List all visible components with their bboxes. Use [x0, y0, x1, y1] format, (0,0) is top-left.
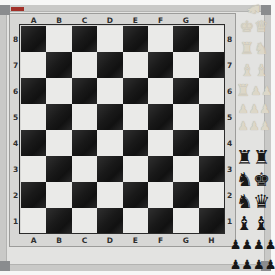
whiteboard-demo-chessboard: ABCDEFGH8877665544332211ABCDEFGH ♞♚♛♜♞♝♝…	[0, 0, 275, 275]
black-tray-row: ♟♟♟♟	[234, 254, 272, 274]
square-a4[interactable]	[21, 130, 46, 156]
square-c5[interactable]	[72, 104, 97, 130]
rank-label-right-5: 5	[224, 104, 235, 130]
square-d8[interactable]	[97, 26, 122, 52]
black-rook-piece[interactable]: ♜	[253, 148, 270, 167]
rank-label-left-1: 1	[10, 208, 21, 234]
square-f2[interactable]	[148, 182, 173, 208]
square-b5[interactable]	[46, 104, 71, 130]
square-d6[interactable]	[97, 78, 122, 104]
square-e4[interactable]	[123, 130, 148, 156]
square-c2[interactable]	[72, 182, 97, 208]
square-g2[interactable]	[173, 182, 198, 208]
black-king-piece[interactable]: ♚	[253, 170, 270, 189]
square-f3[interactable]	[148, 156, 173, 182]
white-queen-piece[interactable]: ♛	[254, 19, 268, 35]
white-pawn-piece[interactable]: ♟	[259, 103, 270, 115]
frame-corner-cap	[0, 5, 10, 15]
square-g6[interactable]	[173, 78, 198, 104]
black-tray-row: ♞♛	[234, 190, 272, 212]
square-c8[interactable]	[72, 26, 97, 52]
white-knight-piece[interactable]: ♞	[254, 41, 268, 57]
white-pawn-piece[interactable]: ♟	[259, 120, 270, 132]
white-tray-row: ♟♟♟	[238, 100, 270, 117]
square-e3[interactable]	[123, 156, 148, 182]
square-g3[interactable]	[173, 156, 198, 182]
rank-label-right-7: 7	[224, 52, 235, 78]
white-tray-row: ♚♛	[238, 15, 270, 38]
white-pieces-tray: ♞♚♛♜♞♝♝♜♟♟♟♟♟♟♟♟	[238, 3, 270, 134]
chessboard: ABCDEFGH8877665544332211ABCDEFGH	[9, 13, 236, 247]
file-label-bottom-g: G	[173, 234, 198, 246]
square-h3[interactable]	[199, 156, 224, 182]
white-pawn-piece[interactable]: ♟	[261, 85, 272, 97]
white-tray-row: ♟♟♟	[238, 117, 270, 134]
black-tray-row: ♞♚	[234, 168, 272, 190]
black-tray-row: ♝♝	[234, 212, 272, 234]
rank-label-left-7: 7	[10, 52, 21, 78]
white-bishop-piece[interactable]: ♝	[254, 63, 268, 79]
square-f5[interactable]	[148, 104, 173, 130]
square-b2[interactable]	[46, 182, 71, 208]
square-h7[interactable]	[199, 52, 224, 78]
brand-logo	[11, 7, 24, 11]
square-f8[interactable]	[148, 26, 173, 52]
black-knight-piece[interactable]: ♞	[236, 192, 253, 211]
black-knight-piece[interactable]: ♞	[236, 170, 253, 189]
square-c6[interactable]	[72, 78, 97, 104]
black-bishop-piece[interactable]: ♝	[236, 214, 253, 233]
square-g8[interactable]	[173, 26, 198, 52]
black-pieces-tray: ♜♜♞♚♞♛♝♝♟♟♟♟♟♟♟♟	[234, 146, 272, 274]
square-b8[interactable]	[46, 26, 71, 52]
rank-label-left-5: 5	[10, 104, 21, 130]
rank-label-left-4: 4	[10, 130, 21, 156]
square-a1[interactable]	[21, 208, 46, 234]
square-g4[interactable]	[173, 130, 198, 156]
black-pawn-piece[interactable]: ♟	[230, 238, 242, 251]
square-b1[interactable]	[46, 208, 71, 234]
square-f7[interactable]	[148, 52, 173, 78]
file-label-top-a: A	[21, 14, 46, 26]
black-tray-row: ♜♜	[234, 146, 272, 168]
file-label-bottom-a: A	[21, 234, 46, 246]
square-h1[interactable]	[199, 208, 224, 234]
square-a8[interactable]	[21, 26, 46, 52]
square-a7[interactable]	[21, 52, 46, 78]
board-margin-corner	[10, 14, 21, 26]
square-h8[interactable]	[199, 26, 224, 52]
white-rook-piece[interactable]: ♜	[240, 41, 254, 57]
square-c1[interactable]	[72, 208, 97, 234]
square-d7[interactable]	[97, 52, 122, 78]
file-label-top-c: C	[72, 14, 97, 26]
white-tray-row: ♜♟♟	[238, 81, 270, 100]
square-a2[interactable]	[21, 182, 46, 208]
square-h2[interactable]	[199, 182, 224, 208]
square-h4[interactable]	[199, 130, 224, 156]
white-knight-piece[interactable]: ♞	[246, 2, 262, 16]
white-pawn-piece[interactable]: ♟	[250, 85, 261, 97]
black-pawn-piece[interactable]: ♟	[241, 258, 253, 271]
square-d5[interactable]	[97, 104, 122, 130]
rank-label-left-2: 2	[10, 182, 21, 208]
square-d2[interactable]	[97, 182, 122, 208]
file-label-bottom-e: E	[123, 234, 148, 246]
square-e5[interactable]	[123, 104, 148, 130]
square-d1[interactable]	[97, 208, 122, 234]
square-e2[interactable]	[123, 182, 148, 208]
black-pawn-piece[interactable]: ♟	[265, 258, 275, 271]
black-pawn-piece[interactable]: ♟	[241, 238, 253, 251]
black-tray-row: ♟♟♟♟	[234, 234, 272, 254]
square-a6[interactable]	[21, 78, 46, 104]
white-bishop-piece[interactable]: ♝	[240, 63, 254, 79]
black-queen-piece[interactable]: ♛	[253, 192, 270, 211]
rank-label-left-6: 6	[10, 78, 21, 104]
square-h5[interactable]	[199, 104, 224, 130]
board-margin-corner	[10, 234, 21, 246]
rank-label-right-8: 8	[224, 26, 235, 52]
file-label-top-b: B	[46, 14, 71, 26]
file-label-bottom-b: B	[46, 234, 71, 246]
file-label-bottom-c: C	[72, 234, 97, 246]
square-c4[interactable]	[72, 130, 97, 156]
white-rook-piece[interactable]: ♜	[236, 83, 250, 99]
file-label-top-f: F	[148, 14, 173, 26]
square-b6[interactable]	[46, 78, 71, 104]
file-label-top-g: G	[173, 14, 198, 26]
square-d4[interactable]	[97, 130, 122, 156]
white-pawn-piece[interactable]: ♟	[238, 103, 249, 115]
black-pawn-piece[interactable]: ♟	[230, 258, 242, 271]
square-b4[interactable]	[46, 130, 71, 156]
rank-label-left-8: 8	[10, 26, 21, 52]
square-g5[interactable]	[173, 104, 198, 130]
square-a3[interactable]	[21, 156, 46, 182]
black-pawn-piece[interactable]: ♟	[253, 258, 265, 271]
file-label-top-d: D	[97, 14, 122, 26]
square-e7[interactable]	[123, 52, 148, 78]
square-h6[interactable]	[199, 78, 224, 104]
frame-corner-cap	[0, 261, 10, 271]
black-bishop-piece[interactable]: ♝	[253, 214, 270, 233]
square-e1[interactable]	[123, 208, 148, 234]
black-pawn-piece[interactable]: ♟	[265, 238, 275, 251]
file-label-bottom-h: H	[199, 234, 224, 246]
white-tray-row: ♜♞	[238, 38, 270, 60]
white-tray-row: ♞	[238, 3, 270, 15]
square-b7[interactable]	[46, 52, 71, 78]
square-a5[interactable]	[21, 104, 46, 130]
square-d3[interactable]	[97, 156, 122, 182]
board-margin-corner	[224, 14, 235, 26]
square-e6[interactable]	[123, 78, 148, 104]
square-e8[interactable]	[123, 26, 148, 52]
file-label-bottom-f: F	[148, 234, 173, 246]
square-f6[interactable]	[148, 78, 173, 104]
white-pawn-piece[interactable]: ♟	[238, 120, 249, 132]
square-f1[interactable]	[148, 208, 173, 234]
white-king-piece[interactable]: ♚	[240, 19, 254, 35]
rank-label-left-3: 3	[10, 156, 21, 182]
square-c7[interactable]	[72, 52, 97, 78]
file-label-top-h: H	[199, 14, 224, 26]
white-tray-row: ♝♝	[238, 60, 270, 81]
file-label-top-e: E	[123, 14, 148, 26]
white-pawn-piece[interactable]: ♟	[249, 103, 260, 115]
square-b3[interactable]	[46, 156, 71, 182]
square-g7[interactable]	[173, 52, 198, 78]
square-c3[interactable]	[72, 156, 97, 182]
rank-label-right-6: 6	[224, 78, 235, 104]
white-pawn-piece[interactable]: ♟	[249, 120, 260, 132]
black-rook-piece[interactable]: ♜	[236, 148, 253, 167]
square-g1[interactable]	[173, 208, 198, 234]
square-f4[interactable]	[148, 130, 173, 156]
black-pawn-piece[interactable]: ♟	[253, 238, 265, 251]
file-label-bottom-d: D	[97, 234, 122, 246]
